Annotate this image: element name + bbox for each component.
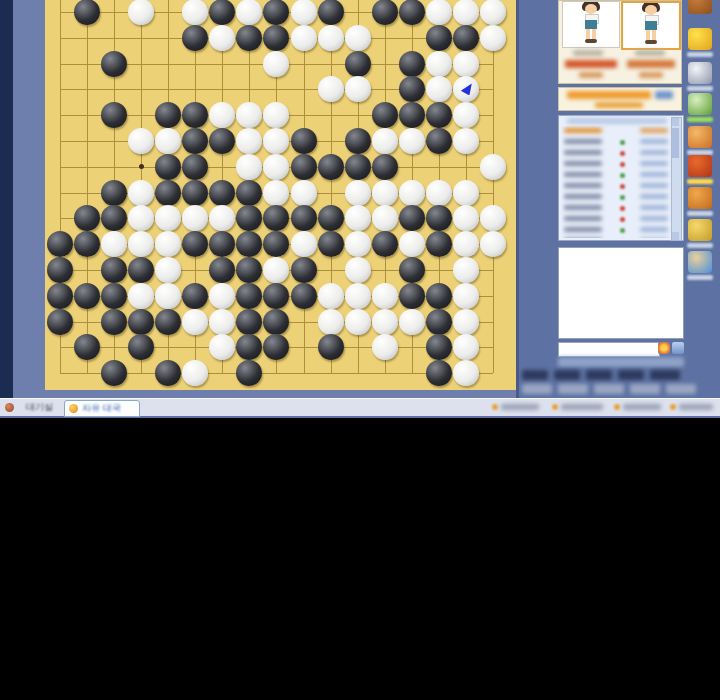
black-stone [399,76,425,102]
banner-button-blur[interactable] [655,91,673,99]
list-item[interactable] [562,203,674,213]
white-stone [372,205,398,231]
banner-bar-blur [567,91,651,99]
grid-line-v [87,0,88,373]
black-stone [426,128,452,154]
white-stone [453,231,479,257]
white-stone [236,128,262,154]
white-stone [318,309,344,335]
player2-rank-blur [635,50,665,56]
black-stone [345,128,371,154]
white-stone [372,334,398,360]
white-stone [453,334,479,360]
window-frame-inner [13,0,45,398]
white-stone [399,128,425,154]
magnifier-icon-caption [687,86,713,91]
black-stone [47,309,73,335]
black-stone [318,0,344,25]
list-item[interactable] [562,214,674,224]
black-player-avatar[interactable] [562,1,620,48]
white-stone [155,128,181,154]
list-item[interactable] [562,170,674,180]
white-stone [372,309,398,335]
white-stone [155,283,181,309]
white-stone [399,231,425,257]
white-stone [453,0,479,25]
hand-card-icon[interactable] [688,251,712,273]
black-stone [291,154,317,180]
players-card [558,0,682,84]
tab-waiting-room[interactable]: 대기실 [20,401,59,414]
black-stone [236,205,262,231]
black-stone [291,283,317,309]
white-stone [209,283,235,309]
send-icon[interactable] [672,342,684,354]
black-stone [155,102,181,128]
white-stone [101,231,127,257]
player1-rank-blur [573,50,603,56]
duck-icon[interactable] [688,28,712,50]
black-stone [345,154,371,180]
black-stone [263,283,289,309]
black-stone [372,231,398,257]
white-stone [399,309,425,335]
list-item[interactable] [562,236,674,238]
black-stone [47,283,73,309]
black-stone [291,257,317,283]
list-item[interactable] [562,137,674,147]
chat-box[interactable] [558,247,684,339]
black-stone [372,102,398,128]
black-stone [101,309,127,335]
white-stone [480,25,506,51]
black-stone [399,205,425,231]
white-stone [480,205,506,231]
black-stone [47,257,73,283]
black-stone [182,25,208,51]
red-dot-icon [620,206,625,211]
white-stone [372,180,398,206]
client-window: 대기실 자유 대국 [0,0,720,418]
white-stone [453,180,479,206]
white-stone [291,180,317,206]
black-stone [74,0,100,25]
coins-icon-caption [687,243,713,248]
black-stone [155,180,181,206]
black-stone [372,154,398,180]
go-board[interactable] [45,0,516,390]
white-stone [426,51,452,77]
white-stone [453,205,479,231]
green-dot-icon [620,228,625,233]
green-dot-icon [620,140,625,145]
game-list-card [558,115,684,241]
black-stone [426,102,452,128]
white-stone [155,231,181,257]
white-stone [263,257,289,283]
black-stone [236,231,262,257]
white-stone [128,0,154,25]
scroll-down-icon[interactable] [672,232,679,240]
coins-icon[interactable] [688,219,712,241]
white-stone [453,309,479,335]
black-stone [209,257,235,283]
grid-line-v [493,0,494,373]
black-stone [318,205,344,231]
green-dot-icon [620,173,625,178]
black-stone [291,128,317,154]
white-stone [372,128,398,154]
white-stone [291,25,317,51]
black-stone [101,205,127,231]
black-stone [263,0,289,25]
white-stone [209,205,235,231]
white-stone [453,51,479,77]
black-stone [236,180,262,206]
chat-input-row [558,342,684,355]
white-player-avatar[interactable] [621,1,681,50]
white-stone [453,257,479,283]
white-stone [453,283,479,309]
black-stone [263,231,289,257]
white-stone [209,102,235,128]
white-stone [236,102,262,128]
black-stone [209,180,235,206]
window-frame-outer [0,0,13,398]
giftbox-icon[interactable] [688,187,712,209]
black-stone [101,283,127,309]
black-stone [182,128,208,154]
white-stone [209,25,235,51]
white-stone [182,205,208,231]
white-stone [318,76,344,102]
chat-input[interactable] [558,342,660,357]
avatar-figure [640,1,662,47]
black-stone [426,231,452,257]
screenshot-root: 대기실 자유 대국 [0,0,720,700]
black-stone [101,257,127,283]
black-stone [209,128,235,154]
black-stone [128,309,154,335]
white-stone [182,0,208,25]
black-stone [74,205,100,231]
black-stone [182,102,208,128]
black-stone [209,0,235,25]
white-stone [399,180,425,206]
white-stone [128,180,154,206]
panel-border [516,0,519,398]
white-stone [291,0,317,25]
status-item [614,403,662,411]
white-stone [345,76,371,102]
taskbar-app-icon[interactable] [5,403,14,412]
bottle-icon[interactable] [688,93,712,115]
last-move-marker [461,83,472,95]
white-stone [426,76,452,102]
black-stone [372,0,398,25]
status-item [492,403,540,411]
white-stone [209,309,235,335]
black-stone [236,360,262,386]
white-stone [345,257,371,283]
white-stone [345,231,371,257]
black-stone [155,309,181,335]
black-stone [426,205,452,231]
white-stone [453,102,479,128]
white-stone [128,128,154,154]
scroll-thumb[interactable] [672,128,679,158]
black-stone [399,51,425,77]
list-header-blur [567,118,667,124]
bottle-icon-caption [687,117,713,122]
badge-icon[interactable] [688,155,712,177]
black-stone [318,334,344,360]
white-stone [345,180,371,206]
badge-icon-caption [687,179,713,184]
green-dot-icon [620,195,625,200]
black-stone [182,180,208,206]
white-stone [318,283,344,309]
black-stone [263,334,289,360]
player2-name-blur [627,60,675,68]
black-stone [291,205,317,231]
white-stone [291,231,317,257]
banner-card [558,87,682,111]
player1-info-blur [579,72,603,78]
status-item [670,403,714,411]
black-stone [345,51,371,77]
list-item[interactable] [562,126,674,136]
white-stone [453,128,479,154]
white-stone [128,205,154,231]
white-stone [480,0,506,25]
black-stone [101,51,127,77]
black-stone [399,102,425,128]
black-stone [426,25,452,51]
black-stone [453,25,479,51]
clipped-icon[interactable] [688,0,712,14]
player1-name-blur [565,60,617,68]
emoticon-icon[interactable] [658,342,670,354]
black-stone [101,180,127,206]
white-stone [480,231,506,257]
black-stone [128,257,154,283]
white-stone [236,0,262,25]
white-stone [345,205,371,231]
black-stone [236,283,262,309]
window-frame-bottom [13,390,516,398]
black-stone [155,154,181,180]
white-stone [453,76,479,102]
black-stone [182,154,208,180]
white-stone [263,51,289,77]
black-stone [263,309,289,335]
status-item [552,403,604,411]
panel-toolbar-blur[interactable] [558,357,684,367]
magnifier-icon[interactable] [688,62,712,84]
black-stone [399,257,425,283]
tab-ball-icon [69,404,78,413]
banner-text-blur [595,102,643,108]
list-item[interactable] [562,148,674,158]
list-item[interactable] [562,159,674,169]
black-stone [101,102,127,128]
white-stone [155,205,181,231]
giftbox-icon-caption [687,211,713,216]
white-stone [263,128,289,154]
white-stone [155,257,181,283]
black-stone [182,231,208,257]
white-stone [263,180,289,206]
white-stone [345,283,371,309]
black-stone [399,283,425,309]
black-stone [399,0,425,25]
white-stone [480,154,506,180]
black-stone [209,231,235,257]
white-stone [263,154,289,180]
list-item[interactable] [562,181,674,191]
white-stone [182,309,208,335]
red-dot-icon [620,184,625,189]
white-stone [453,360,479,386]
side-panel [516,0,720,398]
list-item[interactable] [562,192,674,202]
tab-free-game-active[interactable]: 자유 대국 [64,400,140,417]
list-rows[interactable] [562,126,674,238]
black-stone [155,360,181,386]
black-stone [318,231,344,257]
hamster-icon[interactable] [688,126,712,148]
black-stone [74,283,100,309]
black-stone [182,283,208,309]
black-stone [263,25,289,51]
white-stone [318,25,344,51]
black-stone [426,283,452,309]
black-stone [74,334,100,360]
taskbar: 대기실 자유 대국 [0,398,720,416]
star-point [139,164,144,169]
white-stone [372,283,398,309]
black-stone [236,309,262,335]
white-stone [209,334,235,360]
white-stone [182,360,208,386]
black-stone [263,205,289,231]
black-stone [47,231,73,257]
list-scrollbar[interactable] [671,117,682,241]
black-stone [236,25,262,51]
black-stone [236,334,262,360]
black-stone [74,231,100,257]
scroll-up-icon[interactable] [672,118,679,126]
white-stone [128,231,154,257]
red-dot-icon [620,151,625,156]
white-stone [345,309,371,335]
black-stone [236,257,262,283]
player2-info-blur [639,72,663,78]
avatar-figure [580,1,602,46]
black-stone [128,334,154,360]
black-stone [318,154,344,180]
black-stone [426,334,452,360]
red-dot-icon [620,162,625,167]
white-stone [426,180,452,206]
red-dot-icon [620,217,625,222]
white-stone [426,0,452,25]
white-stone [128,283,154,309]
black-stone [426,309,452,335]
white-stone [236,154,262,180]
white-stone [345,25,371,51]
duck-icon-caption [687,52,713,57]
black-stone [426,360,452,386]
list-item[interactable] [562,225,674,235]
white-stone [263,102,289,128]
black-stone [101,360,127,386]
hand-card-icon-caption [687,275,713,280]
